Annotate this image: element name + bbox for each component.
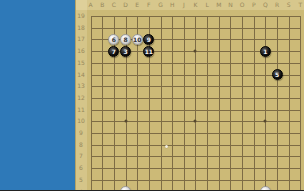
grid-hline [91,156,301,157]
left-background-panel [0,0,75,190]
stone-white-D4[interactable] [120,186,131,190]
stone-black-C16[interactable]: 7 [108,46,119,57]
grid-vline [265,16,266,190]
grid-vline [102,16,103,190]
stone-black-F16[interactable]: 11 [143,46,154,57]
column-label: J [183,2,185,8]
column-label: N [228,2,233,8]
app-screen: A19B18C17D16E15F14G13H12J11K10L9M8N7O6P5… [0,0,304,190]
row-label: 7 [79,153,83,159]
row-label: 12 [77,95,85,101]
stone-black-Q16[interactable]: 1 [260,46,271,57]
row-label: 14 [77,72,85,78]
row-label: 5 [79,177,83,183]
row-label: 8 [79,142,83,148]
star-point [264,120,267,123]
grid-vline [207,16,208,190]
grid-vline [254,16,255,190]
column-label: L [205,2,208,8]
stone-black-D16[interactable]: 3 [120,46,131,57]
row-label: 13 [77,83,85,89]
column-label: E [135,2,139,8]
grid-vline [195,16,196,190]
star-point [124,120,127,123]
grid-vline [300,16,301,190]
row-label: 18 [77,25,85,31]
grid-vline [230,16,231,190]
column-label: C [112,2,116,8]
grid-vline [172,16,173,190]
star-point [194,50,197,53]
row-label: 19 [77,13,85,19]
column-label: S [287,2,291,8]
stone-black-F17[interactable]: 9 [143,34,154,45]
column-label: T [298,2,302,8]
stone-white-C17[interactable]: 6 [108,34,119,45]
row-label: 16 [77,48,85,54]
row-label: 11 [77,107,85,113]
grid-vline [289,16,290,190]
row-label: 10 [77,118,85,124]
row-label: 17 [77,36,85,42]
go-board[interactable]: A19B18C17D16E15F14G13H12J11K10L9M8N7O6P5… [75,0,304,190]
row-label: 4 [79,189,83,191]
column-label: A [89,2,93,8]
row-label: 6 [79,165,83,171]
stone-black-R14[interactable]: 5 [272,69,283,80]
column-label: M [216,2,221,8]
star-point [194,120,197,123]
stone-white-Q4[interactable] [260,186,271,190]
column-label: H [170,2,175,8]
column-label: G [158,2,163,8]
grid-vline [184,16,185,190]
board-top-margin [76,0,304,10]
column-label: O [240,2,245,8]
grid-hline [91,133,301,134]
column-label: F [147,2,150,8]
column-label: K [193,2,197,8]
grid-vline [219,16,220,190]
stone-white-E17[interactable]: 10 [132,34,143,45]
column-label: D [123,2,128,8]
grid-hline [91,168,301,169]
column-label: Q [263,2,268,8]
cursor-dot [165,145,168,148]
column-label: P [252,2,256,8]
grid-hline [91,180,301,181]
row-label: 9 [79,130,83,136]
grid-vline [91,16,92,190]
column-label: B [100,2,104,8]
grid-vline [161,16,162,190]
grid-vline [277,16,278,190]
grid-vline [242,16,243,190]
column-label: R [275,2,279,8]
row-label: 15 [77,60,85,66]
grid-hline [91,145,301,146]
stone-white-D17[interactable]: 8 [120,34,131,45]
